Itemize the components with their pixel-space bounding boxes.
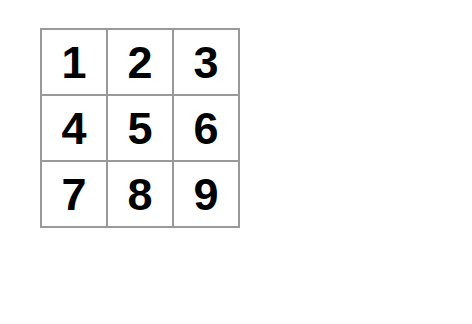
grid-cell-r1c3[interactable]: 3 xyxy=(174,30,238,94)
grid-cell-r1c1[interactable]: 1 xyxy=(42,30,106,94)
grid-cell-r2c1[interactable]: 4 xyxy=(42,96,106,160)
grid-cell-r3c3[interactable]: 9 xyxy=(174,162,238,226)
grid-cell-r3c2[interactable]: 8 xyxy=(108,162,172,226)
grid-cell-r1c2[interactable]: 2 xyxy=(108,30,172,94)
number-grid: 1 2 3 4 5 6 7 8 9 xyxy=(40,28,240,228)
grid-cell-r3c1[interactable]: 7 xyxy=(42,162,106,226)
grid-cell-r2c3[interactable]: 6 xyxy=(174,96,238,160)
grid-cell-r2c2[interactable]: 5 xyxy=(108,96,172,160)
